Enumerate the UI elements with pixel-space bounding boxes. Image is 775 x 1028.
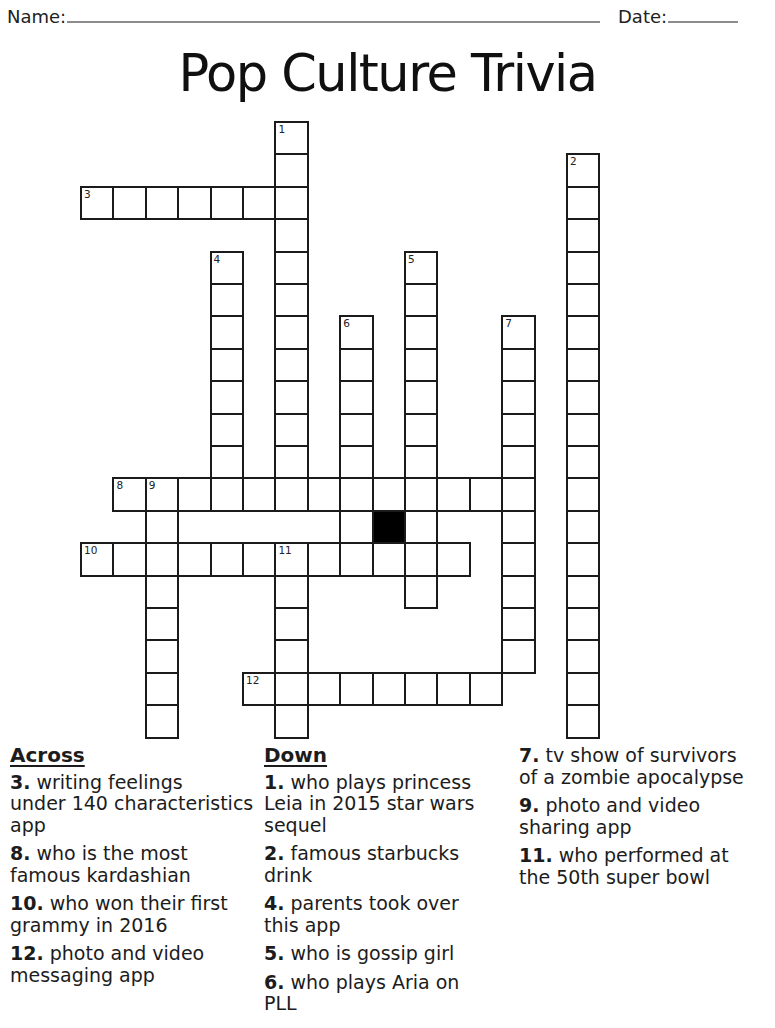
cell-r6c8[interactable]: 6 — [339, 315, 373, 349]
clue-down-5-text: who is gossip girl — [284, 942, 454, 964]
cell-r17c9[interactable] — [372, 672, 406, 706]
cell-r14c10[interactable] — [404, 575, 438, 609]
clue-down-11-number: 11. — [519, 844, 553, 866]
grid-number-9: 9 — [149, 479, 156, 491]
cell-r11c1[interactable]: 8 — [112, 477, 146, 511]
cell-r16c6[interactable] — [274, 639, 308, 673]
cell-r11c13[interactable] — [501, 477, 535, 511]
clue-down-1: 1. who plays princess Leia in 2015 star … — [264, 772, 517, 837]
cell-r11c3[interactable] — [177, 477, 211, 511]
clue-across-10: 10. who won their first grammy in 2016 — [10, 893, 262, 936]
cell-r13c2[interactable] — [145, 542, 179, 576]
crossword-grid: 123456789101112 — [80, 121, 602, 740]
cell-r3c6[interactable] — [274, 218, 308, 252]
cell-r13c7[interactable] — [307, 542, 341, 576]
down-clues-column: Down 1. who plays princess Leia in 2015 … — [264, 745, 517, 1022]
cell-r12c10[interactable] — [404, 510, 438, 544]
date-blank-line[interactable] — [668, 4, 738, 23]
cell-r11c15[interactable] — [566, 477, 600, 511]
cell-r14c6[interactable] — [274, 575, 308, 609]
cell-r9c13[interactable] — [501, 413, 535, 447]
cell-r6c6[interactable] — [274, 315, 308, 349]
cell-r10c13[interactable] — [501, 445, 535, 479]
cell-r17c6[interactable] — [274, 672, 308, 706]
cell-r14c15[interactable] — [566, 575, 600, 609]
cell-r13c8[interactable] — [339, 542, 373, 576]
cell-r11c11[interactable] — [436, 477, 470, 511]
cell-r0c6[interactable]: 1 — [274, 121, 308, 155]
clue-across-10-number: 10. — [10, 892, 44, 914]
clue-across-3-text: writing feelings under 140 characteristi… — [10, 771, 253, 836]
cell-r4c6[interactable] — [274, 251, 308, 285]
cell-r17c8[interactable] — [339, 672, 373, 706]
cell-r11c9[interactable] — [372, 477, 406, 511]
down-clue-list-2: 7. tv show of survivors of a zombie apoc… — [519, 745, 775, 888]
cell-r2c6[interactable] — [274, 186, 308, 220]
grid-number-8: 8 — [116, 479, 123, 491]
cell-r4c10[interactable]: 5 — [404, 251, 438, 285]
across-header: Across — [10, 745, 262, 767]
clue-down-5-number: 5. — [264, 942, 284, 964]
cell-r10c15[interactable] — [566, 445, 600, 479]
cell-r16c13[interactable] — [501, 639, 535, 673]
clue-down-6-number: 6. — [264, 971, 284, 993]
cell-r6c15[interactable] — [566, 315, 600, 349]
grid-number-6: 6 — [343, 317, 350, 329]
cell-r8c6[interactable] — [274, 380, 308, 414]
cell-r2c1[interactable] — [112, 186, 146, 220]
clue-down-9: 9. photo and video sharing app — [519, 795, 775, 838]
cell-r7c6[interactable] — [274, 348, 308, 382]
clue-down-1-number: 1. — [264, 771, 284, 793]
cell-r17c11[interactable] — [436, 672, 470, 706]
clue-down-6: 6. who plays Aria on PLL — [264, 972, 517, 1015]
cell-r8c10[interactable] — [404, 380, 438, 414]
cell-r15c15[interactable] — [566, 607, 600, 641]
cell-r12c13[interactable] — [501, 510, 535, 544]
cell-r4c4[interactable]: 4 — [210, 251, 244, 285]
cell-r13c11[interactable] — [436, 542, 470, 576]
clue-down-2-text: famous starbucks drink — [264, 842, 459, 886]
clue-down-9-number: 9. — [519, 794, 539, 816]
grid-number-12: 12 — [246, 674, 259, 686]
cell-r13c15[interactable] — [566, 542, 600, 576]
clue-down-7: 7. tv show of survivors of a zombie apoc… — [519, 745, 775, 788]
cell-r17c12[interactable] — [469, 672, 503, 706]
clue-across-12: 12. photo and video messaging app — [10, 943, 262, 986]
clue-down-7-text: tv show of survivors of a zombie apocaly… — [519, 744, 744, 788]
date-label: Date: — [618, 6, 667, 27]
cell-r9c10[interactable] — [404, 413, 438, 447]
cell-r11c4[interactable] — [210, 477, 244, 511]
cell-r13c10[interactable] — [404, 542, 438, 576]
cell-r1c6[interactable] — [274, 153, 308, 187]
cell-r17c10[interactable] — [404, 672, 438, 706]
grid-number-5: 5 — [408, 253, 415, 265]
cell-r10c6[interactable] — [274, 445, 308, 479]
cell-r8c4[interactable] — [210, 380, 244, 414]
cell-r2c0[interactable]: 3 — [80, 186, 114, 220]
clue-across-12-number: 12. — [10, 942, 44, 964]
cell-r5c4[interactable] — [210, 283, 244, 317]
cell-r11c6[interactable] — [274, 477, 308, 511]
cell-r6c13[interactable]: 7 — [501, 315, 535, 349]
clue-across-3-number: 3. — [10, 771, 30, 793]
across-clue-list: 3. writing feelings under 140 characteri… — [10, 772, 262, 987]
clue-down-5: 5. who is gossip girl — [264, 943, 517, 965]
grid-number-10: 10 — [84, 544, 97, 556]
grid-number-4: 4 — [214, 253, 221, 265]
clue-down-1-text: who plays princess Leia in 2015 star war… — [264, 771, 474, 836]
cell-r17c5[interactable]: 12 — [242, 672, 276, 706]
cell-r15c13[interactable] — [501, 607, 535, 641]
cell-r14c2[interactable] — [145, 575, 179, 609]
cell-r11c7[interactable] — [307, 477, 341, 511]
cell-r6c10[interactable] — [404, 315, 438, 349]
clue-down-2: 2. famous starbucks drink — [264, 843, 517, 886]
name-label: Name: — [7, 6, 66, 27]
cell-r13c4[interactable] — [210, 542, 244, 576]
cell-r9c6[interactable] — [274, 413, 308, 447]
cell-r4c15[interactable] — [566, 251, 600, 285]
cell-r12c2[interactable] — [145, 510, 179, 544]
cell-r2c2[interactable] — [145, 186, 179, 220]
clue-across-8: 8. who is the most famous kardashian — [10, 843, 262, 886]
cell-r12c15[interactable] — [566, 510, 600, 544]
cell-r16c15[interactable] — [566, 639, 600, 673]
cell-r13c13[interactable] — [501, 542, 535, 576]
cell-r17c7[interactable] — [307, 672, 341, 706]
cell-r9c8[interactable] — [339, 413, 373, 447]
cell-r3c15[interactable] — [566, 218, 600, 252]
cell-r13c1[interactable] — [112, 542, 146, 576]
cell-r5c10[interactable] — [404, 283, 438, 317]
cell-r10c8[interactable] — [339, 445, 373, 479]
cell-r17c2[interactable] — [145, 672, 179, 706]
cell-r11c2[interactable]: 9 — [145, 477, 179, 511]
cell-r8c13[interactable] — [501, 380, 535, 414]
cell-r16c2[interactable] — [145, 639, 179, 673]
cell-r13c0[interactable]: 10 — [80, 542, 114, 576]
down-clues-column-2: 7. tv show of survivors of a zombie apoc… — [519, 745, 775, 895]
grid-number-7: 7 — [505, 317, 512, 329]
cell-r18c15[interactable] — [566, 704, 600, 738]
clue-across-8-text: who is the most famous kardashian — [10, 842, 191, 886]
across-clues-column: Across 3. writing feelings under 140 cha… — [10, 745, 262, 993]
cell-r7c10[interactable] — [404, 348, 438, 382]
grid-number-11: 11 — [278, 544, 291, 556]
cell-r2c4[interactable] — [210, 186, 244, 220]
cell-r13c9[interactable] — [372, 542, 406, 576]
cell-r7c8[interactable] — [339, 348, 373, 382]
cell-r5c15[interactable] — [566, 283, 600, 317]
cell-r18c6[interactable] — [274, 704, 308, 738]
cell-r6c4[interactable] — [210, 315, 244, 349]
name-blank-line[interactable] — [67, 4, 600, 23]
cell-r15c6[interactable] — [274, 607, 308, 641]
cell-r8c15[interactable] — [566, 380, 600, 414]
cell-r10c10[interactable] — [404, 445, 438, 479]
clue-across-3: 3. writing feelings under 140 characteri… — [10, 772, 262, 837]
black-cell-r12c9 — [372, 510, 406, 544]
cell-r13c6[interactable]: 11 — [274, 542, 308, 576]
clue-across-8-number: 8. — [10, 842, 30, 864]
clue-down-2-number: 2. — [264, 842, 284, 864]
grid-number-1: 1 — [278, 123, 285, 135]
cell-r1c15[interactable]: 2 — [566, 153, 600, 187]
clue-down-9-text: photo and video sharing app — [519, 794, 700, 838]
down-header: Down — [264, 745, 517, 767]
cell-r7c15[interactable] — [566, 348, 600, 382]
cell-r12c8[interactable] — [339, 510, 373, 544]
cell-r7c4[interactable] — [210, 348, 244, 382]
cell-r11c8[interactable] — [339, 477, 373, 511]
cell-r11c5[interactable] — [242, 477, 276, 511]
cell-r10c4[interactable] — [210, 445, 244, 479]
cell-r11c10[interactable] — [404, 477, 438, 511]
cell-r5c6[interactable] — [274, 283, 308, 317]
page-title: Pop Culture Trivia — [0, 44, 775, 104]
clue-down-7-number: 7. — [519, 744, 539, 766]
grid-number-3: 3 — [84, 188, 91, 200]
cell-r15c2[interactable] — [145, 607, 179, 641]
down-clue-list: 1. who plays princess Leia in 2015 star … — [264, 772, 517, 1015]
grid-number-2: 2 — [570, 155, 577, 167]
clue-down-4-text: parents took over this app — [264, 892, 459, 936]
cell-r18c2[interactable] — [145, 704, 179, 738]
cell-r14c13[interactable] — [501, 575, 535, 609]
cell-r9c4[interactable] — [210, 413, 244, 447]
cell-r13c5[interactable] — [242, 542, 276, 576]
cell-r7c13[interactable] — [501, 348, 535, 382]
cell-r2c3[interactable] — [177, 186, 211, 220]
clue-down-4: 4. parents took over this app — [264, 893, 517, 936]
clue-down-11: 11. who performed at the 50th super bowl — [519, 845, 775, 888]
cell-r11c12[interactable] — [469, 477, 503, 511]
cell-r17c15[interactable] — [566, 672, 600, 706]
cell-r9c15[interactable] — [566, 413, 600, 447]
cell-r8c8[interactable] — [339, 380, 373, 414]
cell-r2c5[interactable] — [242, 186, 276, 220]
clue-down-6-text: who plays Aria on PLL — [264, 971, 459, 1015]
cell-r13c3[interactable] — [177, 542, 211, 576]
clue-down-4-number: 4. — [264, 892, 284, 914]
cell-r2c15[interactable] — [566, 186, 600, 220]
